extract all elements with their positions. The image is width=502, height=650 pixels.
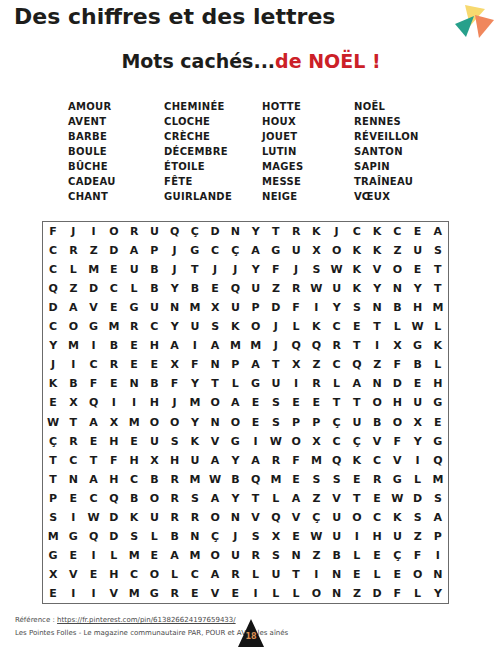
grid-cell: G	[43, 546, 63, 565]
grid-cell: U	[144, 298, 164, 317]
grid-cell: U	[387, 527, 407, 546]
grid-cell: Y	[165, 279, 185, 298]
grid-cell: N	[367, 298, 387, 317]
grid-cell: M	[84, 260, 104, 279]
grid-cell: E	[347, 565, 367, 584]
grid-cell: O	[205, 393, 225, 412]
grid-cell: M	[63, 336, 83, 355]
grid-cell: Z	[306, 355, 326, 374]
grid-cell: Q	[327, 451, 347, 470]
grid-cell: B	[124, 489, 144, 508]
grid-cell: D	[205, 222, 225, 241]
grid-cell: I	[63, 355, 83, 374]
grid-cell: H	[387, 393, 407, 412]
grid-cell: X	[306, 432, 326, 451]
grid-cell: E	[367, 546, 387, 565]
grid-cell: H	[124, 451, 144, 470]
grid-cell: R	[165, 470, 185, 489]
grid-cell: B	[144, 260, 164, 279]
grid-cell: I	[286, 374, 306, 393]
grid-cell: N	[367, 374, 387, 393]
grid-cell: N	[327, 565, 347, 584]
grid-cell: S	[185, 489, 205, 508]
grid-cell: E	[246, 412, 266, 431]
grid-cell: E	[124, 432, 144, 451]
grid-cell: X	[408, 412, 428, 431]
grid-cell: E	[124, 336, 144, 355]
grid-cell: A	[84, 412, 104, 431]
word-list-item: ÉTOILE	[164, 159, 262, 174]
grid-cell: K	[347, 241, 367, 260]
grid-cell: N	[327, 584, 347, 603]
grid-cell: E	[225, 584, 245, 603]
grid-cell: F	[165, 374, 185, 393]
word-list-item: JOUET	[262, 129, 354, 144]
grid-cell: N	[124, 374, 144, 393]
grid-cell: R	[124, 222, 144, 241]
grid-cell: G	[185, 241, 205, 260]
grid-cell: W	[84, 508, 104, 527]
grid-cell: C	[124, 470, 144, 489]
grid-cell: E	[286, 527, 306, 546]
grid-cell: A	[286, 489, 306, 508]
grid-cell: Ç	[306, 508, 326, 527]
grid-cell: G	[387, 470, 407, 489]
grid-cell: K	[347, 279, 367, 298]
word-list-item: SANTON	[354, 144, 419, 159]
grid-cell: L	[286, 584, 306, 603]
grid-cell: T	[43, 451, 63, 470]
grid-cell: B	[144, 470, 164, 489]
reference-link[interactable]: https://fr.pinterest.com/pin/61382662419…	[57, 616, 236, 624]
grid-cell: X	[165, 355, 185, 374]
word-list-item: MESSE	[262, 174, 354, 189]
grid-cell: E	[347, 317, 367, 336]
word-list-item: CRÈCHE	[164, 129, 262, 144]
grid-cell: J	[43, 355, 63, 374]
grid-cell: E	[104, 374, 124, 393]
grid-cell: O	[144, 412, 164, 431]
grid-cell: S	[266, 393, 286, 412]
grid-cell: Ç	[347, 432, 367, 451]
grid-cell: V	[104, 584, 124, 603]
grid-cell: A	[63, 298, 83, 317]
grid-cell: Q	[84, 527, 104, 546]
grid-cell: A	[124, 241, 144, 260]
grid-cell: U	[124, 260, 144, 279]
grid-cell: B	[225, 470, 245, 489]
grid-cell: Y	[408, 432, 428, 451]
grid-cell: J	[266, 317, 286, 336]
grid-cell: O	[408, 565, 428, 584]
grid-cell: N	[205, 355, 225, 374]
grid-cell: S	[266, 412, 286, 431]
grid-cell: V	[367, 432, 387, 451]
grid-cell: O	[165, 412, 185, 431]
grid-cell: M	[104, 317, 124, 336]
grid-cell: Y	[327, 298, 347, 317]
grid-cell: P	[428, 527, 448, 546]
word-list-item: VŒUX	[354, 189, 419, 204]
grid-cell: O	[306, 584, 326, 603]
grid-cell: O	[327, 241, 347, 260]
grid-cell: M	[185, 546, 205, 565]
grid-cell: Z	[367, 355, 387, 374]
grid-cell: O	[205, 546, 225, 565]
grid-cell: O	[286, 432, 306, 451]
grid-cell: A	[84, 470, 104, 489]
grid-cell: L	[165, 565, 185, 584]
grid-cell: U	[185, 317, 205, 336]
grid-cell: U	[286, 241, 306, 260]
grid-cell: W	[408, 317, 428, 336]
grid-cell: F	[408, 546, 428, 565]
grid-cell: B	[408, 355, 428, 374]
grid-cell: Z	[63, 279, 83, 298]
grid-cell: M	[306, 451, 326, 470]
grid-cell: U	[347, 412, 367, 431]
word-list-item: LUTIN	[262, 144, 354, 159]
grid-cell: G	[124, 298, 144, 317]
word-list-item: SAPIN	[354, 159, 419, 174]
grid-cell: R	[165, 508, 185, 527]
grid-cell: T	[347, 336, 367, 355]
page: Des chiffres et des lettres Mots cachés.…	[0, 0, 502, 650]
grid-cell: A	[165, 336, 185, 355]
grid-cell: V	[387, 451, 407, 470]
grid-cell: F	[286, 451, 306, 470]
grid-cell: Q	[84, 393, 104, 412]
grid-cell: Ç	[225, 241, 245, 260]
grid-cell: Q	[286, 336, 306, 355]
grid-cell: P	[306, 412, 326, 431]
grid-cell: U	[144, 508, 164, 527]
grid-cell: Q	[246, 470, 266, 489]
grid-cell: C	[185, 565, 205, 584]
word-list-item: DÉCEMBRE	[164, 144, 262, 159]
grid-cell: L	[63, 260, 83, 279]
grid-cell: L	[225, 374, 245, 393]
grid-cell: E	[144, 546, 164, 565]
grid-cell: L	[428, 317, 448, 336]
grid-cell: B	[387, 298, 407, 317]
grid-cell: M	[124, 546, 144, 565]
grid-cell: J	[165, 260, 185, 279]
word-list-item: HOUX	[262, 114, 354, 129]
grid-cell: E	[286, 393, 306, 412]
grid-cell: S	[408, 508, 428, 527]
grid-cell: K	[387, 508, 407, 527]
grid-cell: R	[104, 355, 124, 374]
grid-cell: Q	[306, 336, 326, 355]
grid-cell: V	[205, 584, 225, 603]
grid-cell: I	[84, 336, 104, 355]
grid-cell: T	[327, 393, 347, 412]
grid-cell: V	[205, 432, 225, 451]
grid-cell: W	[266, 432, 286, 451]
grid-cell: V	[63, 565, 83, 584]
grid-cell: K	[428, 336, 448, 355]
grid-cell: X	[306, 241, 326, 260]
logo-orange-triangle	[475, 15, 494, 38]
grid-cell: J	[327, 222, 347, 241]
word-list-item: RÉVEILLON	[354, 129, 419, 144]
grid-cell: P	[225, 355, 245, 374]
grid-cell: U	[327, 279, 347, 298]
grid-cell: R	[306, 374, 326, 393]
grid-cell: W	[43, 412, 63, 431]
grid-cell: T	[367, 317, 387, 336]
grid-cell: C	[43, 317, 63, 336]
grid-cell: U	[246, 279, 266, 298]
grid-cell: R	[63, 432, 83, 451]
page-number-badge: 18	[238, 619, 264, 647]
grid-cell: A	[347, 374, 367, 393]
word-list-column: HOTTEHOUXJOUETLUTINMAGESMESSENEIGE	[262, 99, 354, 204]
grid-cell: H	[408, 298, 428, 317]
grid-cell: G	[225, 432, 245, 451]
grid-cell: Y	[43, 336, 63, 355]
subtitle-black-text: Mots cachés...	[121, 50, 275, 72]
grid-cell: Q	[347, 355, 367, 374]
grid-cell: E	[84, 432, 104, 451]
grid-cell: X	[63, 393, 83, 412]
grid-cell: S	[266, 546, 286, 565]
grid-cell: E	[408, 222, 428, 241]
grid-cell: U	[185, 451, 205, 470]
grid-cell: Y	[185, 412, 205, 431]
grid-cell: G	[246, 374, 266, 393]
grid-cell: E	[408, 374, 428, 393]
grid-cell: C	[63, 451, 83, 470]
grid-cell: H	[144, 393, 164, 412]
grid-cell: E	[286, 470, 306, 489]
word-list-item: NOËL	[354, 99, 419, 114]
grid-cell: R	[165, 584, 185, 603]
grid-cell: D	[367, 584, 387, 603]
grid-cell: N	[205, 412, 225, 431]
reference-line: Référence : https://fr.pinterest.com/pin…	[15, 616, 236, 624]
grid-cell: C	[367, 451, 387, 470]
grid-cell: M	[185, 393, 205, 412]
grid-cell: N	[286, 546, 306, 565]
grid-cell: Q	[266, 508, 286, 527]
grid-cell: T	[286, 565, 306, 584]
grid-cell: Y	[225, 489, 245, 508]
grid-cell: O	[144, 565, 164, 584]
grid-cell: U	[266, 374, 286, 393]
grid-cell: L	[327, 374, 347, 393]
grid-cell: C	[387, 222, 407, 241]
grid-cell: M	[124, 584, 144, 603]
grid-cell: L	[408, 470, 428, 489]
grid-cell: H	[165, 451, 185, 470]
grid-cell: X	[43, 565, 63, 584]
grid-cell: E	[104, 260, 124, 279]
grid-cell: G	[266, 241, 286, 260]
grid-cell: A	[205, 336, 225, 355]
grid-cell: Y	[428, 584, 448, 603]
grid-cell: N	[387, 279, 407, 298]
grid-cell: X	[205, 298, 225, 317]
grid-cell: X	[104, 412, 124, 431]
grid-cell: Y	[408, 279, 428, 298]
grid-cell: U	[408, 393, 428, 412]
grid-cell: Z	[387, 241, 407, 260]
grid-cell: K	[367, 222, 387, 241]
grid-cell: E	[306, 393, 326, 412]
grid-cell: X	[144, 451, 164, 470]
grid-cell: A	[246, 451, 266, 470]
grid-cell: E	[43, 393, 63, 412]
grid-cell: R	[124, 317, 144, 336]
grid-cell: L	[144, 527, 164, 546]
grid-cell: R	[367, 470, 387, 489]
grid-cell: H	[428, 374, 448, 393]
grid-cell: O	[246, 317, 266, 336]
word-list-item: CLOCHE	[164, 114, 262, 129]
word-list: AMOURAVENTBARBEBOULEBÛCHECADEAUCHANTCHEM…	[68, 99, 419, 204]
grid-cell: I	[306, 298, 326, 317]
grid-cell: N	[165, 298, 185, 317]
logo-teal-triangle	[455, 16, 474, 37]
word-list-item: MAGES	[262, 159, 354, 174]
grid-cell: M	[428, 470, 448, 489]
grid-cell: G	[408, 336, 428, 355]
grid-cell: C	[144, 317, 164, 336]
grid-cell: E	[185, 584, 205, 603]
grid-cell: N	[63, 470, 83, 489]
grid-cell: D	[84, 279, 104, 298]
grid-cell: T	[205, 374, 225, 393]
word-list-item: NEIGE	[262, 189, 354, 204]
word-list-item: FÊTE	[164, 174, 262, 189]
grid-cell: E	[387, 565, 407, 584]
grid-cell: G	[428, 432, 448, 451]
grid-cell: E	[124, 355, 144, 374]
grid-cell: G	[84, 317, 104, 336]
word-list-item: GUIRLANDE	[164, 189, 262, 204]
grid-cell: K	[306, 317, 326, 336]
grid-cell: E	[84, 565, 104, 584]
grid-cell: D	[387, 374, 407, 393]
grid-cell: C	[327, 432, 347, 451]
grid-cell: E	[205, 279, 225, 298]
grid-cell: L	[408, 584, 428, 603]
grid-cell: Z	[266, 279, 286, 298]
grid-cell: O	[63, 317, 83, 336]
grid-cell: S	[43, 508, 63, 527]
grid-cell: B	[104, 336, 124, 355]
word-list-item: AMOUR	[68, 99, 164, 114]
word-list-item: BÛCHE	[68, 159, 164, 174]
letter-grid: FJIORUQÇDNYTRKJCKCEACRZDAPJGCÇAGUXOKKZUS…	[42, 221, 449, 604]
grid-cell: W	[387, 489, 407, 508]
grid-cell: N	[428, 565, 448, 584]
grid-cell: Y	[246, 260, 266, 279]
grid-cell: K	[124, 508, 144, 527]
grid-cell: O	[205, 508, 225, 527]
grid-cell: R	[225, 565, 245, 584]
grid-cell: F	[286, 298, 306, 317]
grid-cell: S	[306, 470, 326, 489]
grid-cell: V	[84, 298, 104, 317]
grid-cell: S	[165, 432, 185, 451]
grid-cell: T	[84, 451, 104, 470]
grid-cell: R	[246, 546, 266, 565]
grid-cell: E	[144, 355, 164, 374]
grid-cell: X	[286, 355, 306, 374]
grid-cell: B	[185, 279, 205, 298]
grid-cell: R	[266, 451, 286, 470]
word-list-item: CHANT	[68, 189, 164, 204]
grid-cell: L	[367, 565, 387, 584]
triangles-logo	[454, 4, 496, 44]
grid-cell: Ç	[387, 546, 407, 565]
grid-cell: I	[367, 336, 387, 355]
grid-cell: V	[246, 508, 266, 527]
grid-cell: L	[347, 546, 367, 565]
grid-cell: M	[246, 336, 266, 355]
grid-cell: F	[266, 260, 286, 279]
grid-cell: J	[165, 393, 185, 412]
grid-cell: D	[266, 298, 286, 317]
grid-cell: V	[367, 260, 387, 279]
grid-cell: E	[43, 584, 63, 603]
grid-cell: O	[225, 412, 245, 431]
grid-cell: A	[246, 241, 266, 260]
word-list-item: HOTTE	[262, 99, 354, 114]
grid-cell: Ç	[43, 432, 63, 451]
grid-cell: S	[124, 527, 144, 546]
grid-cell: T	[246, 489, 266, 508]
grid-cell: L	[104, 546, 124, 565]
grid-cell: D	[104, 527, 124, 546]
grid-cell: E	[63, 546, 83, 565]
grid-cell: F	[104, 451, 124, 470]
grid-cell: S	[347, 298, 367, 317]
grid-cell: C	[367, 508, 387, 527]
grid-cell: H	[367, 527, 387, 546]
grid-cell: O	[104, 222, 124, 241]
grid-cell: C	[205, 241, 225, 260]
grid-cell: K	[306, 222, 326, 241]
grid-cell: Y	[246, 222, 266, 241]
puzzle-subtitle: Mots cachés...de NOËL !	[0, 50, 502, 72]
grid-cell: G	[63, 527, 83, 546]
grid-cell: F	[387, 432, 407, 451]
grid-cell: N	[225, 508, 245, 527]
grid-cell: T	[428, 260, 448, 279]
grid-cell: J	[63, 222, 83, 241]
grid-cell: Q	[104, 489, 124, 508]
grid-cell: W	[205, 470, 225, 489]
grid-cell: Z	[306, 546, 326, 565]
grid-cell: Ç	[185, 222, 205, 241]
grid-cell: O	[347, 508, 367, 527]
grid-cell: N	[225, 222, 245, 241]
grid-cell: J	[286, 260, 306, 279]
grid-cell: P	[286, 412, 306, 431]
word-list-item: BOULE	[68, 144, 164, 159]
grid-cell: Q	[428, 451, 448, 470]
grid-cell: L	[124, 279, 144, 298]
grid-cell: V	[286, 508, 306, 527]
grid-cell: O	[144, 489, 164, 508]
grid-cell: W	[306, 527, 326, 546]
grid-cell: O	[367, 393, 387, 412]
grid-cell: B	[327, 546, 347, 565]
